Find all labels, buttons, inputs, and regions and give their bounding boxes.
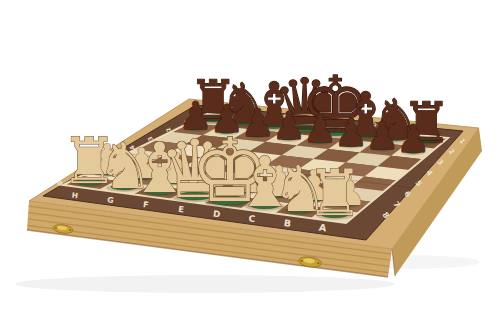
piece-dark-pawn-b2: ♟ [365, 113, 400, 158]
piece-glyph-rook: ♜ [306, 156, 363, 230]
chess-board: HHGGFFEEDDCCBBAA8877665544332211♜♞♝♟♛♟♚♝… [0, 0, 500, 333]
piece-glyph-pawn: ♟ [303, 106, 338, 151]
piece-light-rook-a8: ♜ [306, 156, 363, 230]
piece-dark-pawn-a2: ♟ [396, 116, 431, 161]
piece-glyph-pawn: ♟ [334, 110, 369, 155]
chess-set-photo: HHGGFFEEDDCCBBAA8877665544332211♜♞♝♟♛♟♚♝… [0, 0, 500, 333]
piece-dark-pawn-c2: ♟ [334, 110, 369, 155]
piece-glyph-pawn: ♟ [396, 116, 431, 161]
piece-glyph-pawn: ♟ [365, 113, 400, 158]
board-shadow [15, 275, 395, 293]
piece-dark-pawn-d2: ♟ [303, 106, 338, 151]
